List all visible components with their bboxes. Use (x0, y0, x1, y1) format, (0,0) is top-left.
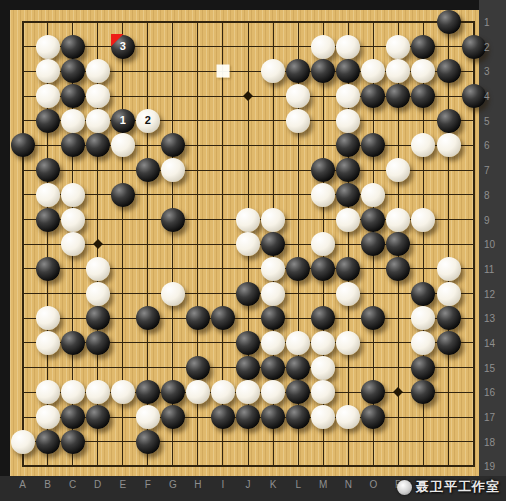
row-label-panel (479, 0, 506, 501)
studio-logo-icon (397, 480, 412, 495)
watermark: 聂卫平工作室 (397, 478, 500, 496)
go-board[interactable] (10, 10, 479, 476)
watermark-text: 聂卫平工作室 (416, 478, 500, 496)
go-app-screen: 312ABCDEFGHIJKLMNOPQRS123456789101112131… (0, 0, 506, 501)
